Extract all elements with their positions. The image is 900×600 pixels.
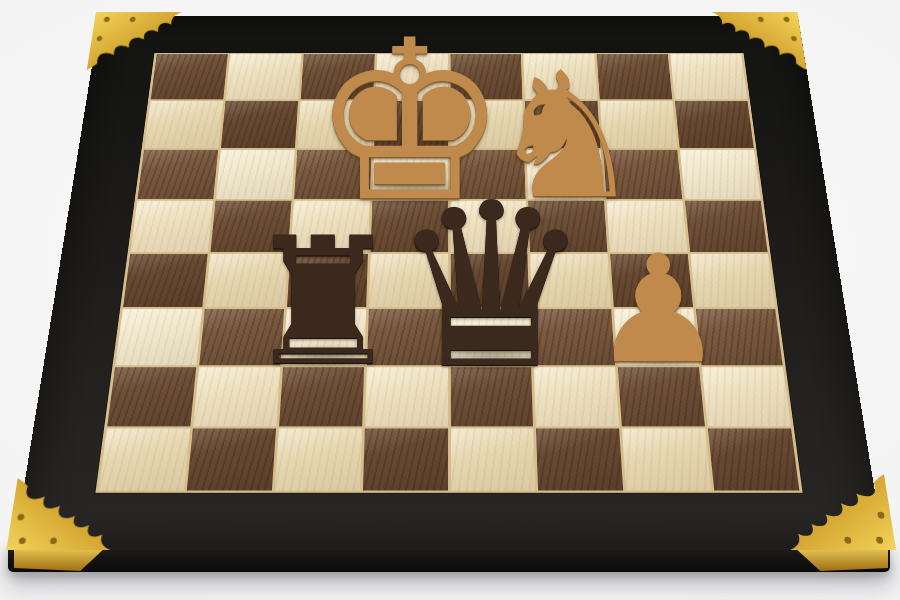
piece-black-queen-e3[interactable]: ♛ (389, 173, 593, 400)
square-a7[interactable] (144, 101, 223, 148)
square-d1[interactable] (363, 429, 448, 491)
gold-corner-ornament-bottom-left (6, 478, 121, 550)
square-c1[interactable] (275, 429, 362, 491)
square-a6[interactable] (138, 150, 219, 199)
square-b1[interactable] (187, 429, 276, 491)
square-g1[interactable] (622, 429, 711, 491)
square-a2[interactable] (107, 367, 196, 426)
square-h6[interactable] (680, 150, 761, 199)
square-b8[interactable] (226, 54, 301, 99)
square-a3[interactable] (115, 309, 202, 365)
square-h7[interactable] (675, 101, 754, 148)
square-f1[interactable] (536, 429, 623, 491)
square-a4[interactable] (123, 254, 208, 308)
gold-corner-ornament-top-right (711, 12, 806, 70)
gold-corner-ornament-bottom-right (778, 474, 896, 550)
piece-white-pawn-g3[interactable]: ♟ (592, 236, 725, 385)
board-side-edge (8, 546, 890, 572)
square-b6[interactable] (216, 150, 295, 199)
square-a5[interactable] (130, 200, 212, 251)
square-b7[interactable] (221, 101, 298, 148)
square-e1[interactable] (450, 429, 535, 491)
piece-black-rook-c3[interactable]: ♜ (244, 214, 402, 390)
gold-corner-ornament-top-left (87, 12, 182, 70)
photo-stage: ♚♞♜♛♟ (0, 0, 900, 600)
